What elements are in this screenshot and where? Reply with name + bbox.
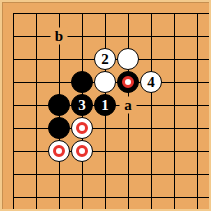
board-intersection xyxy=(140,25,163,48)
board-intersection xyxy=(2,140,25,163)
white-stone-circled xyxy=(71,117,93,139)
board-intersection xyxy=(71,140,94,163)
board-intersection: b xyxy=(48,25,71,48)
board-intersection xyxy=(117,140,140,163)
board-intersection xyxy=(94,140,117,163)
board-intersection xyxy=(186,94,209,117)
board-intersection xyxy=(94,71,117,94)
board-intersection: 2 xyxy=(94,48,117,71)
board-intersection xyxy=(48,186,71,209)
board-intersection xyxy=(140,2,163,25)
board-intersection xyxy=(48,71,71,94)
black-stone xyxy=(71,71,93,93)
board-intersection xyxy=(117,71,140,94)
white-stone-circled xyxy=(71,140,93,162)
board-intersection xyxy=(117,25,140,48)
board-intersection xyxy=(71,71,94,94)
board-intersection xyxy=(163,140,186,163)
board-intersection xyxy=(117,163,140,186)
board-intersection: a xyxy=(117,94,140,117)
point-label-a: a xyxy=(120,97,137,114)
point-label-b: b xyxy=(51,28,68,45)
board-intersection xyxy=(94,2,117,25)
board-intersection xyxy=(94,25,117,48)
board-intersection xyxy=(71,2,94,25)
board-intersection xyxy=(186,140,209,163)
board-intersection xyxy=(186,186,209,209)
board-intersection xyxy=(186,2,209,25)
white-stone xyxy=(94,71,116,93)
board-intersection xyxy=(140,163,163,186)
board-intersection xyxy=(48,163,71,186)
board-intersection xyxy=(117,2,140,25)
black-stone-circled xyxy=(117,71,139,93)
board-intersection: 1 xyxy=(94,94,117,117)
board-intersection xyxy=(2,117,25,140)
board-intersection xyxy=(25,71,48,94)
board-intersection xyxy=(140,117,163,140)
board-intersection xyxy=(2,2,25,25)
board-intersection xyxy=(2,25,25,48)
circle-marker-icon xyxy=(122,76,134,88)
black-stone xyxy=(48,94,70,116)
board-intersection xyxy=(163,25,186,48)
board-intersection xyxy=(71,186,94,209)
board-intersection xyxy=(163,2,186,25)
board-intersection xyxy=(163,48,186,71)
board-intersection xyxy=(48,117,71,140)
white-stone-circled xyxy=(48,140,70,162)
move-number: 1 xyxy=(101,98,109,113)
board-intersection xyxy=(25,186,48,209)
board-intersection xyxy=(140,48,163,71)
board-intersection xyxy=(94,163,117,186)
black-stone-move-1: 1 xyxy=(94,94,116,116)
board-intersection xyxy=(25,25,48,48)
board-intersection: 3 xyxy=(71,94,94,117)
board-intersection xyxy=(25,140,48,163)
board-intersection xyxy=(140,94,163,117)
circle-marker-icon xyxy=(76,145,88,157)
white-stone-move-2: 2 xyxy=(94,48,116,70)
circle-marker-icon xyxy=(76,122,88,134)
black-stone-move-3: 3 xyxy=(71,94,93,116)
board-intersection xyxy=(2,163,25,186)
board-intersection xyxy=(163,117,186,140)
board-intersection xyxy=(163,94,186,117)
board-intersection xyxy=(71,25,94,48)
board-grid: b2431a xyxy=(2,2,209,209)
move-number: 3 xyxy=(78,98,86,113)
board-intersection xyxy=(25,163,48,186)
black-stone xyxy=(48,117,70,139)
white-stone-move-4: 4 xyxy=(140,71,162,93)
board-intersection xyxy=(48,94,71,117)
board-intersection xyxy=(25,2,48,25)
board-intersection xyxy=(2,71,25,94)
board-intersection xyxy=(163,186,186,209)
move-number: 4 xyxy=(147,75,155,90)
board-intersection xyxy=(186,163,209,186)
board-intersection xyxy=(48,140,71,163)
board-intersection xyxy=(2,186,25,209)
board-intersection: 4 xyxy=(140,71,163,94)
move-number: 2 xyxy=(101,52,109,67)
board-intersection xyxy=(186,48,209,71)
board-intersection xyxy=(117,117,140,140)
board-intersection xyxy=(163,163,186,186)
white-stone xyxy=(117,48,139,70)
board-intersection xyxy=(117,48,140,71)
board-intersection xyxy=(186,117,209,140)
board-intersection xyxy=(94,186,117,209)
board-intersection xyxy=(186,25,209,48)
board-intersection xyxy=(71,48,94,71)
board-intersection xyxy=(48,2,71,25)
go-board: b2431a xyxy=(0,0,211,211)
board-intersection xyxy=(25,117,48,140)
board-intersection xyxy=(25,94,48,117)
board-intersection xyxy=(2,48,25,71)
board-intersection xyxy=(94,117,117,140)
board-intersection xyxy=(117,186,140,209)
board-intersection xyxy=(163,71,186,94)
board-intersection xyxy=(25,48,48,71)
circle-marker-icon xyxy=(53,145,65,157)
board-intersection xyxy=(71,163,94,186)
board-intersection xyxy=(186,71,209,94)
board-intersection xyxy=(140,140,163,163)
board-intersection xyxy=(140,186,163,209)
board-intersection xyxy=(71,117,94,140)
board-intersection xyxy=(48,48,71,71)
board-intersection xyxy=(2,94,25,117)
